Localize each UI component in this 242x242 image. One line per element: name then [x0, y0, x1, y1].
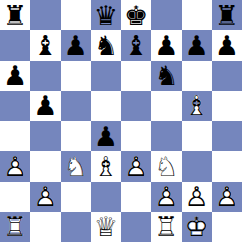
white-piece-outline: ♗	[182, 91, 212, 121]
piece-white-rook: ♜♖	[0, 212, 30, 242]
black-piece-glyph: ♛	[91, 0, 121, 30]
square-g7[interactable]: ♟	[182, 30, 212, 60]
square-e6[interactable]	[121, 61, 151, 91]
white-piece-outline: ♘	[151, 151, 181, 181]
square-b8[interactable]	[30, 0, 60, 30]
square-a3[interactable]: ♟♙	[0, 151, 30, 181]
square-c4[interactable]	[61, 121, 91, 151]
square-g5[interactable]: ♝♗	[182, 91, 212, 121]
white-piece-outline: ♕	[91, 212, 121, 242]
square-h2[interactable]: ♟♙	[212, 182, 242, 212]
white-piece-outline: ♙	[182, 182, 212, 212]
square-e3[interactable]: ♟♙	[121, 151, 151, 181]
black-piece-glyph: ♞	[91, 30, 121, 60]
black-piece-glyph: ♟	[182, 30, 212, 60]
square-a1[interactable]: ♜♖	[0, 212, 30, 242]
square-f6[interactable]: ♞	[151, 61, 181, 91]
white-piece-outline: ♗	[91, 151, 121, 181]
square-f1[interactable]: ♜♖	[151, 212, 181, 242]
square-h8[interactable]: ♜	[212, 0, 242, 30]
square-e8[interactable]: ♚	[121, 0, 151, 30]
piece-white-pawn: ♟♙	[0, 151, 30, 181]
square-e5[interactable]	[121, 91, 151, 121]
square-a4[interactable]	[0, 121, 30, 151]
square-a7[interactable]	[0, 30, 30, 60]
square-b3[interactable]	[30, 151, 60, 181]
square-g8[interactable]	[182, 0, 212, 30]
square-h3[interactable]	[212, 151, 242, 181]
square-f5[interactable]	[151, 91, 181, 121]
square-g4[interactable]	[182, 121, 212, 151]
white-piece-outline: ♙	[30, 182, 60, 212]
square-c8[interactable]	[61, 0, 91, 30]
black-piece-glyph: ♟	[212, 30, 242, 60]
piece-black-bishop: ♝	[121, 30, 151, 60]
square-f2[interactable]: ♟♙	[151, 182, 181, 212]
black-piece-glyph: ♜	[212, 0, 242, 30]
square-d6[interactable]	[91, 61, 121, 91]
piece-black-rook: ♜	[0, 0, 30, 30]
white-piece-outline: ♖	[151, 212, 181, 242]
piece-black-knight: ♞	[91, 30, 121, 60]
black-piece-glyph: ♟	[91, 121, 121, 151]
square-e4[interactable]	[121, 121, 151, 151]
square-g1[interactable]: ♚♔	[182, 212, 212, 242]
square-c2[interactable]	[61, 182, 91, 212]
piece-black-pawn: ♟	[61, 30, 91, 60]
black-piece-glyph: ♝	[30, 30, 60, 60]
square-c6[interactable]	[61, 61, 91, 91]
square-c3[interactable]: ♞♘	[61, 151, 91, 181]
piece-white-pawn: ♟♙	[30, 182, 60, 212]
square-d1[interactable]: ♛♕	[91, 212, 121, 242]
square-c5[interactable]	[61, 91, 91, 121]
piece-black-pawn: ♟	[212, 30, 242, 60]
piece-white-pawn: ♟♙	[212, 182, 242, 212]
square-e7[interactable]: ♝	[121, 30, 151, 60]
piece-black-king: ♚	[121, 0, 151, 30]
white-piece-outline: ♙	[212, 182, 242, 212]
square-h7[interactable]: ♟	[212, 30, 242, 60]
white-piece-outline: ♘	[61, 151, 91, 181]
square-d4[interactable]: ♟	[91, 121, 121, 151]
white-piece-outline: ♙	[151, 182, 181, 212]
piece-white-pawn: ♟♙	[182, 182, 212, 212]
square-f3[interactable]: ♞♘	[151, 151, 181, 181]
piece-black-bishop: ♝	[30, 30, 60, 60]
square-g6[interactable]	[182, 61, 212, 91]
square-f8[interactable]	[151, 0, 181, 30]
square-e2[interactable]	[121, 182, 151, 212]
square-c7[interactable]: ♟	[61, 30, 91, 60]
piece-black-pawn: ♟	[0, 61, 30, 91]
square-g3[interactable]	[182, 151, 212, 181]
piece-white-queen: ♛♕	[91, 212, 121, 242]
square-h4[interactable]	[212, 121, 242, 151]
square-a8[interactable]: ♜	[0, 0, 30, 30]
square-f7[interactable]: ♟	[151, 30, 181, 60]
square-h5[interactable]	[212, 91, 242, 121]
piece-white-king: ♚♔	[182, 212, 212, 242]
piece-black-pawn: ♟	[30, 91, 60, 121]
piece-black-rook: ♜	[212, 0, 242, 30]
piece-white-pawn: ♟♙	[151, 182, 181, 212]
black-piece-glyph: ♟	[0, 61, 30, 91]
square-d3[interactable]: ♝♗	[91, 151, 121, 181]
black-piece-glyph: ♟	[61, 30, 91, 60]
piece-white-rook: ♜♖	[151, 212, 181, 242]
square-a6[interactable]: ♟	[0, 61, 30, 91]
square-b6[interactable]	[30, 61, 60, 91]
white-piece-outline: ♙	[0, 151, 30, 181]
piece-white-pawn: ♟♙	[121, 151, 151, 181]
piece-black-queen: ♛	[91, 0, 121, 30]
square-d8[interactable]: ♛	[91, 0, 121, 30]
piece-black-pawn: ♟	[151, 30, 181, 60]
square-g2[interactable]: ♟♙	[182, 182, 212, 212]
black-piece-glyph: ♟	[30, 91, 60, 121]
piece-white-bishop: ♝♗	[182, 91, 212, 121]
black-piece-glyph: ♝	[121, 30, 151, 60]
black-piece-glyph: ♞	[151, 61, 181, 91]
square-b2[interactable]: ♟♙	[30, 182, 60, 212]
square-a2[interactable]	[0, 182, 30, 212]
square-b1[interactable]	[30, 212, 60, 242]
square-h1[interactable]	[212, 212, 242, 242]
chess-board: ♜♛♚♜♝♟♞♝♟♟♟♟♞♟♝♗♟♟♙♞♘♝♗♟♙♞♘♟♙♟♙♟♙♟♙♜♖♛♕♜…	[0, 0, 242, 242]
square-d2[interactable]	[91, 182, 121, 212]
black-piece-glyph: ♟	[151, 30, 181, 60]
square-c1[interactable]	[61, 212, 91, 242]
piece-white-knight: ♞♘	[151, 151, 181, 181]
black-piece-glyph: ♚	[121, 0, 151, 30]
piece-black-knight: ♞	[151, 61, 181, 91]
square-e1[interactable]	[121, 212, 151, 242]
square-h6[interactable]	[212, 61, 242, 91]
square-f4[interactable]	[151, 121, 181, 151]
square-b5[interactable]: ♟	[30, 91, 60, 121]
square-d7[interactable]: ♞	[91, 30, 121, 60]
square-d5[interactable]	[91, 91, 121, 121]
piece-white-knight: ♞♘	[61, 151, 91, 181]
piece-black-pawn: ♟	[91, 121, 121, 151]
white-piece-outline: ♙	[121, 151, 151, 181]
piece-white-bishop: ♝♗	[91, 151, 121, 181]
piece-black-pawn: ♟	[182, 30, 212, 60]
square-a5[interactable]	[0, 91, 30, 121]
square-b7[interactable]: ♝	[30, 30, 60, 60]
white-piece-outline: ♖	[0, 212, 30, 242]
black-piece-glyph: ♜	[0, 0, 30, 30]
square-b4[interactable]	[30, 121, 60, 151]
white-piece-outline: ♔	[182, 212, 212, 242]
